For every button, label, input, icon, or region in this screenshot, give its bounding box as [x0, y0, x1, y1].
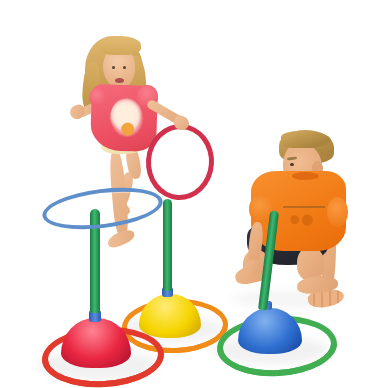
- middle-pole: [163, 199, 172, 291]
- girl-foot-front: [106, 227, 137, 250]
- ring-toss-photo: [0, 0, 388, 388]
- girl-shirt-print: [110, 98, 144, 138]
- blue-ring-airborne: [40, 182, 165, 235]
- girl-eye-left: [112, 66, 115, 69]
- boy-hair-fringe: [281, 131, 331, 148]
- boy-eye: [290, 163, 294, 166]
- girl-sleeve-left: [89, 88, 106, 107]
- boy-sleeve-right: [327, 197, 348, 227]
- girl-eye-right: [123, 66, 126, 69]
- boy-shirt-print: [283, 206, 325, 228]
- girl-hair-fringe: [99, 36, 141, 55]
- boy-collar: [292, 172, 319, 180]
- girl-mouth: [115, 78, 124, 83]
